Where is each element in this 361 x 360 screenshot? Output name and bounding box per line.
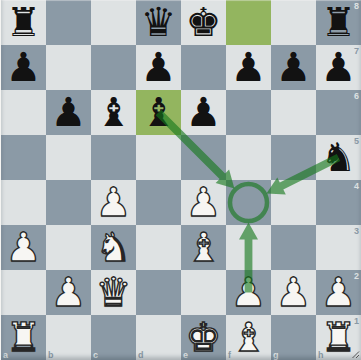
square-a3[interactable]: ♟ [1, 225, 46, 270]
square-g2[interactable]: ♟ [271, 270, 316, 315]
square-f8[interactable] [226, 0, 271, 45]
square-f7[interactable]: ♟ [226, 45, 271, 90]
square-d5[interactable] [136, 135, 181, 180]
coord-file-f: f [228, 350, 231, 360]
coord-rank-2: 2 [354, 271, 359, 281]
square-b2[interactable]: ♟ [46, 270, 91, 315]
square-e1[interactable]: ♚e [181, 315, 226, 360]
square-d2[interactable] [136, 270, 181, 315]
square-b8[interactable] [46, 0, 91, 45]
square-e8[interactable]: ♚ [181, 0, 226, 45]
piece-black-king[interactable]: ♚ [181, 0, 226, 45]
piece-black-queen[interactable]: ♛ [136, 0, 181, 45]
square-d1[interactable]: d [136, 315, 181, 360]
square-h2[interactable]: ♟2 [316, 270, 361, 315]
square-b7[interactable] [46, 45, 91, 90]
square-g6[interactable] [271, 90, 316, 135]
chess-board: ♜♛♚♜8♟♟♟♟♟7♟♝♝♟6♞5♟♟4♟♞♝3♟♛♟♟♟2♜abcd♚e♝f… [0, 0, 361, 360]
square-h6[interactable]: 6 [316, 90, 361, 135]
piece-white-pawn[interactable]: ♟ [1, 225, 46, 270]
square-h5[interactable]: ♞5 [316, 135, 361, 180]
coord-rank-6: 6 [354, 91, 359, 101]
square-e4[interactable]: ♟ [181, 180, 226, 225]
square-f5[interactable] [226, 135, 271, 180]
coord-rank-5: 5 [354, 136, 359, 146]
coord-file-g: g [273, 350, 279, 360]
piece-white-pawn[interactable]: ♟ [226, 270, 271, 315]
piece-black-pawn[interactable]: ♟ [181, 90, 226, 135]
square-f4[interactable] [226, 180, 271, 225]
square-d4[interactable] [136, 180, 181, 225]
coord-file-e: e [183, 350, 188, 360]
square-d8[interactable]: ♛ [136, 0, 181, 45]
square-f2[interactable]: ♟ [226, 270, 271, 315]
square-e7[interactable] [181, 45, 226, 90]
square-e5[interactable] [181, 135, 226, 180]
square-b6[interactable]: ♟ [46, 90, 91, 135]
square-c4[interactable]: ♟ [91, 180, 136, 225]
piece-black-bishop[interactable]: ♝ [136, 90, 181, 135]
piece-black-rook[interactable]: ♜ [1, 0, 46, 45]
piece-black-pawn[interactable]: ♟ [1, 45, 46, 90]
square-b1[interactable]: b [46, 315, 91, 360]
square-h7[interactable]: ♟7 [316, 45, 361, 90]
coord-file-a: a [3, 350, 8, 360]
piece-white-queen[interactable]: ♛ [91, 270, 136, 315]
square-g3[interactable] [271, 225, 316, 270]
piece-white-pawn[interactable]: ♟ [181, 180, 226, 225]
piece-white-pawn[interactable]: ♟ [91, 180, 136, 225]
square-c5[interactable] [91, 135, 136, 180]
piece-black-pawn[interactable]: ♟ [46, 90, 91, 135]
square-b4[interactable] [46, 180, 91, 225]
coord-rank-1: 1 [354, 316, 359, 326]
square-g7[interactable]: ♟ [271, 45, 316, 90]
square-d3[interactable] [136, 225, 181, 270]
square-a2[interactable] [1, 270, 46, 315]
piece-white-bishop[interactable]: ♝ [226, 315, 271, 360]
piece-black-bishop[interactable]: ♝ [91, 90, 136, 135]
square-a7[interactable]: ♟ [1, 45, 46, 90]
coord-rank-3: 3 [354, 226, 359, 236]
square-c6[interactable]: ♝ [91, 90, 136, 135]
square-c1[interactable]: c [91, 315, 136, 360]
piece-black-pawn[interactable]: ♟ [226, 45, 271, 90]
square-c2[interactable]: ♛ [91, 270, 136, 315]
square-h3[interactable]: 3 [316, 225, 361, 270]
resize-handle-icon[interactable] [350, 349, 360, 359]
square-b5[interactable] [46, 135, 91, 180]
square-f6[interactable] [226, 90, 271, 135]
square-h8[interactable]: ♜8 [316, 0, 361, 45]
coord-rank-8: 8 [354, 1, 359, 11]
square-g4[interactable] [271, 180, 316, 225]
square-d6[interactable]: ♝ [136, 90, 181, 135]
square-c8[interactable] [91, 0, 136, 45]
square-a6[interactable] [1, 90, 46, 135]
square-c3[interactable]: ♞ [91, 225, 136, 270]
square-a5[interactable] [1, 135, 46, 180]
square-g8[interactable] [271, 0, 316, 45]
square-f1[interactable]: ♝f [226, 315, 271, 360]
square-a4[interactable] [1, 180, 46, 225]
piece-black-pawn[interactable]: ♟ [136, 45, 181, 90]
square-g5[interactable] [271, 135, 316, 180]
coord-file-d: d [138, 350, 144, 360]
piece-black-pawn[interactable]: ♟ [271, 45, 316, 90]
square-a1[interactable]: ♜a [1, 315, 46, 360]
piece-white-knight[interactable]: ♞ [91, 225, 136, 270]
square-h4[interactable]: 4 [316, 180, 361, 225]
coord-rank-7: 7 [354, 46, 359, 56]
square-g1[interactable]: g [271, 315, 316, 360]
square-c7[interactable] [91, 45, 136, 90]
square-a8[interactable]: ♜ [1, 0, 46, 45]
square-e2[interactable] [181, 270, 226, 315]
square-f3[interactable] [226, 225, 271, 270]
coord-file-c: c [93, 350, 98, 360]
piece-white-pawn[interactable]: ♟ [271, 270, 316, 315]
square-d7[interactable]: ♟ [136, 45, 181, 90]
piece-white-pawn[interactable]: ♟ [46, 270, 91, 315]
square-e3[interactable]: ♝ [181, 225, 226, 270]
coord-file-b: b [48, 350, 54, 360]
square-b3[interactable] [46, 225, 91, 270]
piece-white-bishop[interactable]: ♝ [181, 225, 226, 270]
coord-rank-4: 4 [354, 181, 359, 191]
chess-board-squares: ♜♛♚♜8♟♟♟♟♟7♟♝♝♟6♞5♟♟4♟♞♝3♟♛♟♟♟2♜abcd♚e♝f… [1, 0, 361, 360]
coord-file-h: h [318, 350, 324, 360]
square-e6[interactable]: ♟ [181, 90, 226, 135]
